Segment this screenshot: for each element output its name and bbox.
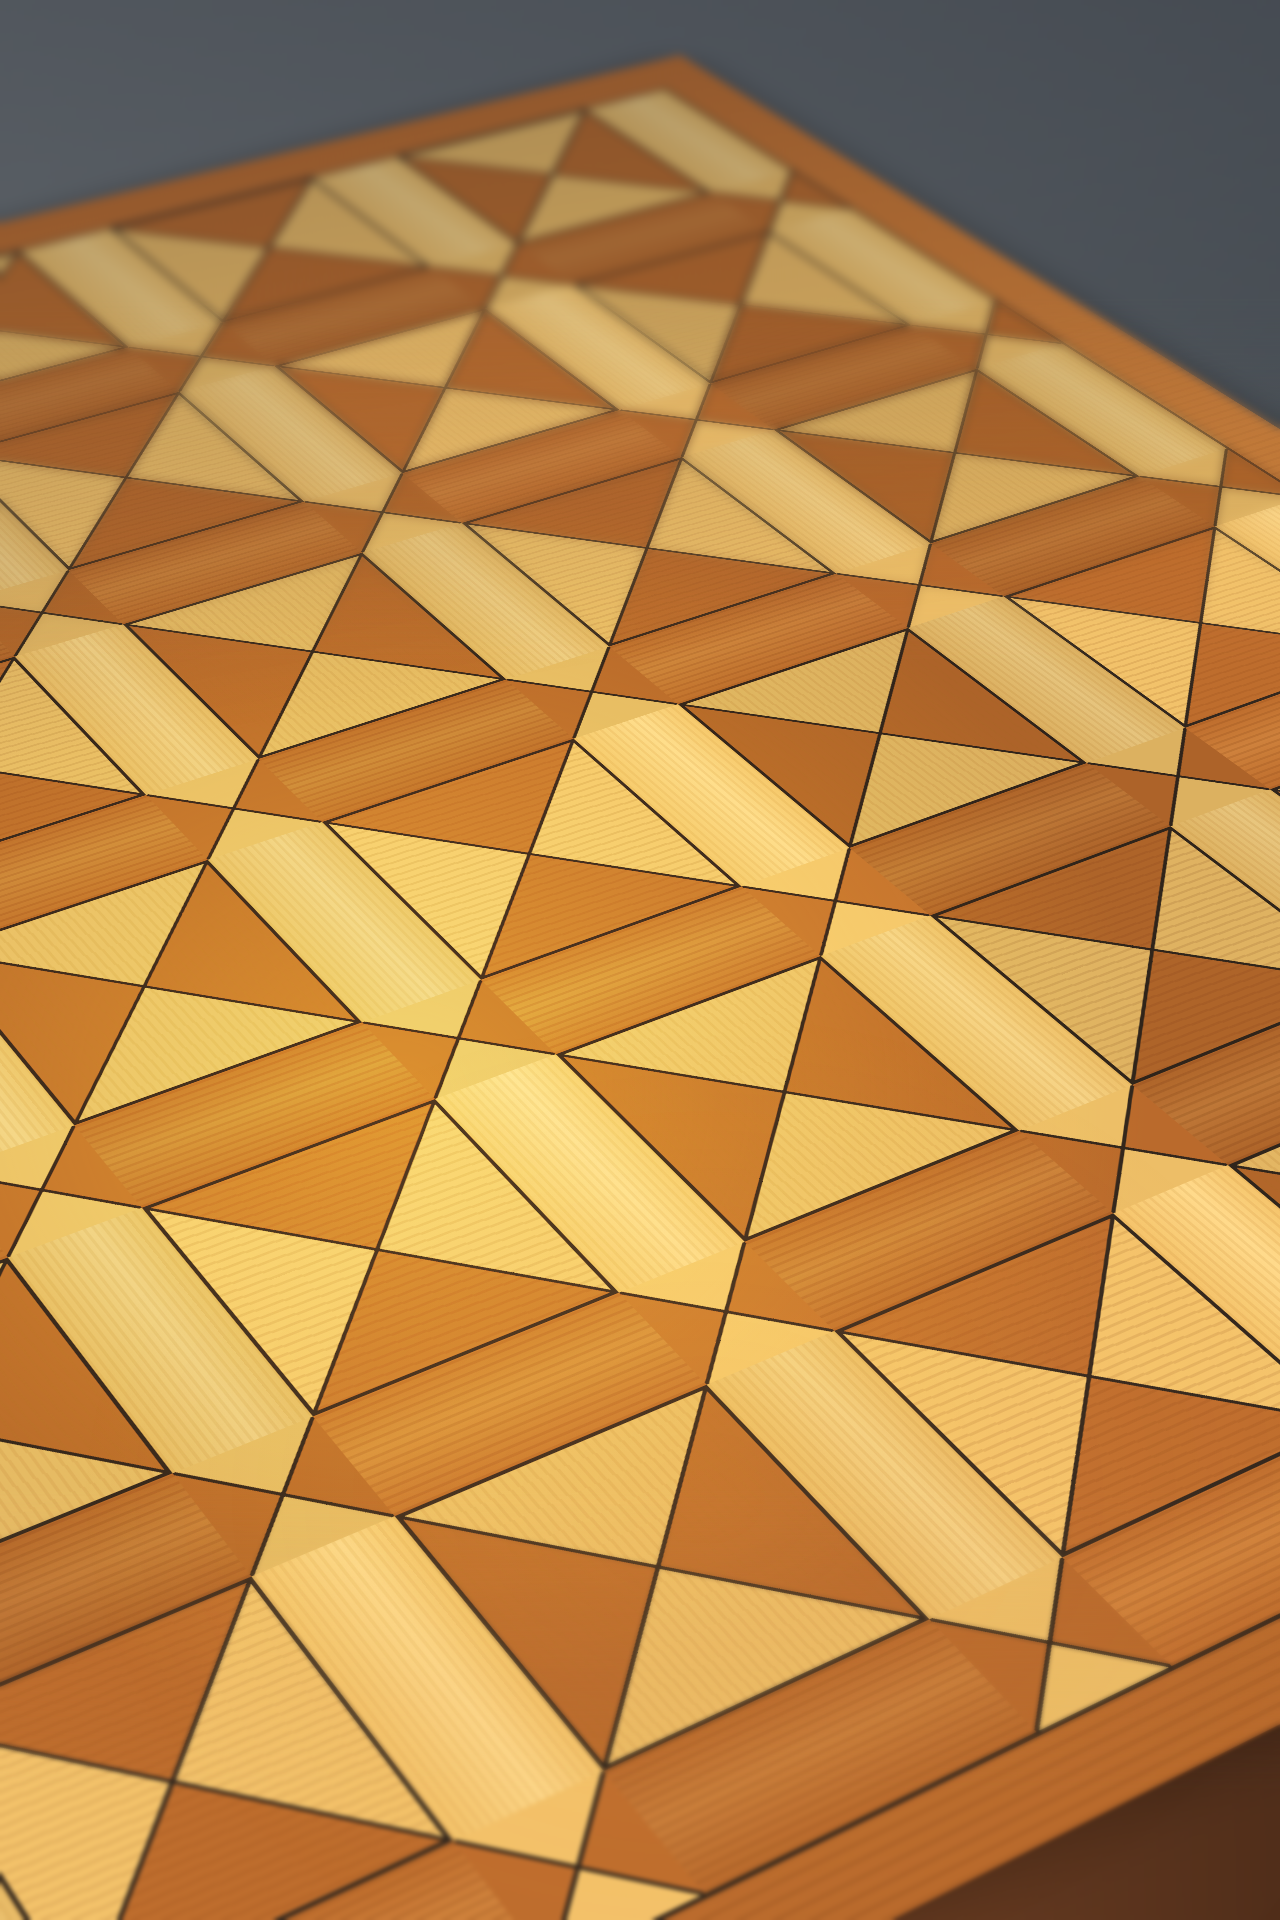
parquet-grid [0, 90, 1280, 1920]
tabletop-surface [0, 55, 1280, 1920]
photo-of-marquetry-game-table [0, 0, 1280, 1920]
